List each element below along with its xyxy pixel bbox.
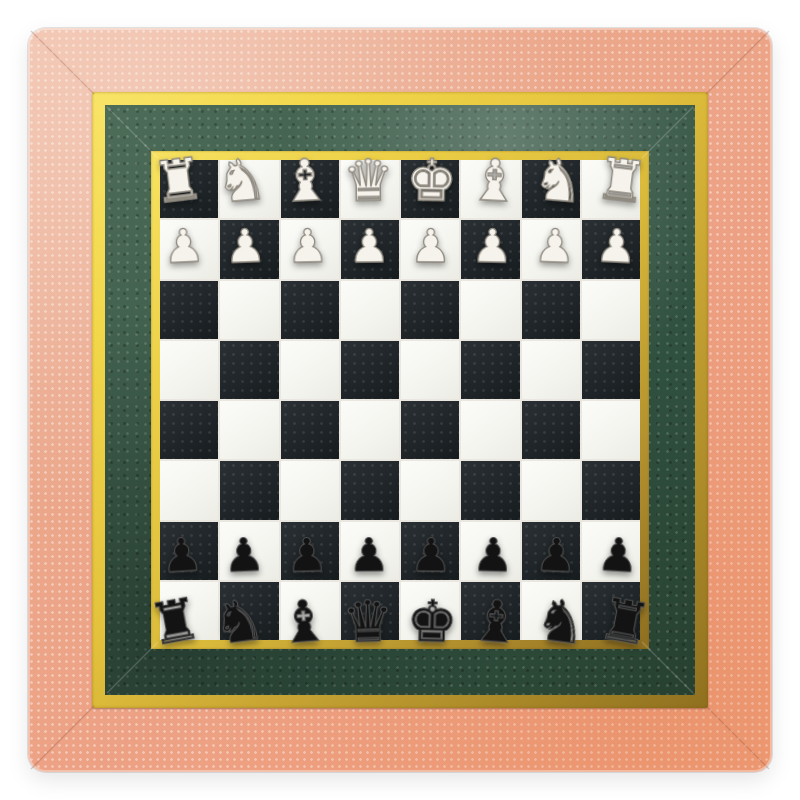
square-r1c1[interactable]: ♜: [160, 160, 218, 218]
square-r3c6[interactable]: [461, 281, 519, 339]
square-r3c8[interactable]: [582, 281, 640, 339]
square-r5c2[interactable]: [220, 401, 278, 459]
piece-white-pawn[interactable]: ♟: [286, 223, 328, 270]
piece-black-pawn[interactable]: ♟: [410, 531, 452, 577]
square-r5c7[interactable]: [522, 401, 580, 459]
square-r3c2[interactable]: [220, 281, 278, 339]
brass-trim-outer: ♜♞♝♛♚♝♞♜♟♟♟♟♟♟♟♟♟♟♟♟♟♟♟♟♜♞♝♛♚♝♞♜: [92, 92, 708, 708]
square-r4c5[interactable]: [401, 341, 459, 399]
green-marble-border: ♜♞♝♛♚♝♞♜♟♟♟♟♟♟♟♟♟♟♟♟♟♟♟♟♜♞♝♛♚♝♞♜: [105, 105, 695, 695]
square-r6c2[interactable]: [220, 461, 278, 519]
square-r4c1[interactable]: [160, 341, 218, 399]
square-r3c7[interactable]: [522, 281, 580, 339]
piece-white-pawn[interactable]: ♟: [348, 223, 390, 269]
piece-black-pawn[interactable]: ♟: [596, 530, 640, 578]
chessboard: ♜♞♝♛♚♝♞♜♟♟♟♟♟♟♟♟♟♟♟♟♟♟♟♟♜♞♝♛♚♝♞♜: [160, 160, 640, 640]
square-r4c3[interactable]: [281, 341, 339, 399]
square-r7c6[interactable]: ♟: [461, 522, 519, 580]
square-r5c4[interactable]: [341, 401, 399, 459]
square-r2c1[interactable]: ♟: [160, 220, 218, 278]
square-r1c4[interactable]: ♛: [341, 160, 399, 218]
square-r1c2[interactable]: ♞: [220, 160, 278, 218]
square-r2c2[interactable]: ♟: [220, 220, 278, 278]
piece-white-pawn[interactable]: ♟: [533, 223, 576, 270]
piece-black-pawn[interactable]: ♟: [285, 531, 327, 578]
piece-white-bishop[interactable]: ♝: [468, 151, 522, 211]
piece-white-rook[interactable]: ♜: [592, 150, 650, 213]
square-r6c1[interactable]: [160, 461, 218, 519]
square-r8c3[interactable]: ♝: [281, 582, 339, 640]
square-r5c3[interactable]: [281, 401, 339, 459]
piece-black-bishop[interactable]: ♝: [469, 591, 525, 652]
piece-white-pawn[interactable]: ♟: [410, 223, 452, 269]
piece-black-knight[interactable]: ♞: [210, 590, 268, 653]
square-r1c8[interactable]: ♜: [582, 160, 640, 218]
square-r5c5[interactable]: [401, 401, 459, 459]
piece-white-pawn[interactable]: ♟: [594, 222, 637, 270]
square-r4c4[interactable]: [341, 341, 399, 399]
square-r2c6[interactable]: ♟: [461, 220, 519, 278]
piece-black-pawn[interactable]: ♟: [160, 530, 204, 578]
piece-white-knight[interactable]: ♞: [214, 150, 270, 211]
piece-black-pawn[interactable]: ♟: [472, 531, 514, 578]
piece-white-pawn[interactable]: ♟: [472, 223, 514, 270]
square-r3c1[interactable]: [160, 281, 218, 339]
square-r3c5[interactable]: [401, 281, 459, 339]
square-r4c7[interactable]: [522, 341, 580, 399]
square-r7c2[interactable]: ♟: [220, 522, 278, 580]
square-r8c8[interactable]: ♜: [582, 582, 640, 640]
piece-white-queen[interactable]: ♛: [342, 152, 394, 210]
square-r5c1[interactable]: [160, 401, 218, 459]
piece-white-rook[interactable]: ♜: [150, 150, 208, 213]
square-r2c4[interactable]: ♟: [341, 220, 399, 278]
piece-black-knight[interactable]: ♞: [531, 590, 589, 653]
square-r3c4[interactable]: [341, 281, 399, 339]
square-r2c5[interactable]: ♟: [401, 220, 459, 278]
piece-black-pawn[interactable]: ♟: [348, 531, 390, 577]
square-r2c8[interactable]: ♟: [582, 220, 640, 278]
piece-white-pawn[interactable]: ♟: [224, 223, 267, 270]
brass-trim-inner: ♜♞♝♛♚♝♞♜♟♟♟♟♟♟♟♟♟♟♟♟♟♟♟♟♜♞♝♛♚♝♞♜: [151, 151, 649, 649]
square-r5c8[interactable]: [582, 401, 640, 459]
square-r2c3[interactable]: ♟: [281, 220, 339, 278]
piece-white-pawn[interactable]: ♟: [162, 222, 205, 270]
square-r8c6[interactable]: ♝: [461, 582, 519, 640]
square-r6c8[interactable]: [582, 461, 640, 519]
square-r4c6[interactable]: [461, 341, 519, 399]
square-r6c5[interactable]: [401, 461, 459, 519]
piece-white-bishop[interactable]: ♝: [278, 151, 332, 211]
piece-white-king[interactable]: ♚: [405, 152, 457, 210]
square-r7c8[interactable]: ♟: [582, 522, 640, 580]
square-r8c2[interactable]: ♞: [220, 582, 278, 640]
square-r1c5[interactable]: ♚: [401, 160, 459, 218]
square-r8c4[interactable]: ♛: [341, 582, 399, 640]
square-r7c5[interactable]: ♟: [401, 522, 459, 580]
piece-black-queen[interactable]: ♛: [341, 593, 394, 652]
square-r7c7[interactable]: ♟: [522, 522, 580, 580]
square-r6c6[interactable]: [461, 461, 519, 519]
piece-black-pawn[interactable]: ♟: [223, 531, 266, 579]
piece-white-knight[interactable]: ♞: [530, 150, 586, 211]
square-r7c4[interactable]: ♟: [341, 522, 399, 580]
square-r6c7[interactable]: [522, 461, 580, 519]
square-r6c4[interactable]: [341, 461, 399, 519]
square-r4c2[interactable]: [220, 341, 278, 399]
chess-set-photo: ♜♞♝♛♚♝♞♜♟♟♟♟♟♟♟♟♟♟♟♟♟♟♟♟♜♞♝♛♚♝♞♜: [0, 0, 800, 800]
piece-black-bishop[interactable]: ♝: [276, 591, 332, 652]
square-r8c1[interactable]: ♜: [160, 582, 218, 640]
square-r4c8[interactable]: [582, 341, 640, 399]
square-r1c3[interactable]: ♝: [281, 160, 339, 218]
square-r3c3[interactable]: [281, 281, 339, 339]
piece-black-pawn[interactable]: ♟: [534, 531, 577, 579]
piece-black-rook[interactable]: ♜: [594, 589, 655, 655]
square-r8c5[interactable]: ♚: [401, 582, 459, 640]
piece-black-king[interactable]: ♚: [406, 593, 459, 652]
pink-marble-frame: ♜♞♝♛♚♝♞♜♟♟♟♟♟♟♟♟♟♟♟♟♟♟♟♟♜♞♝♛♚♝♞♜: [28, 28, 772, 772]
piece-black-rook[interactable]: ♜: [145, 589, 206, 655]
square-r7c3[interactable]: ♟: [281, 522, 339, 580]
square-r2c7[interactable]: ♟: [522, 220, 580, 278]
square-r1c7[interactable]: ♞: [522, 160, 580, 218]
square-r8c7[interactable]: ♞: [522, 582, 580, 640]
square-r1c6[interactable]: ♝: [461, 160, 519, 218]
square-r6c3[interactable]: [281, 461, 339, 519]
square-r5c6[interactable]: [461, 401, 519, 459]
square-r7c1[interactable]: ♟: [160, 522, 218, 580]
